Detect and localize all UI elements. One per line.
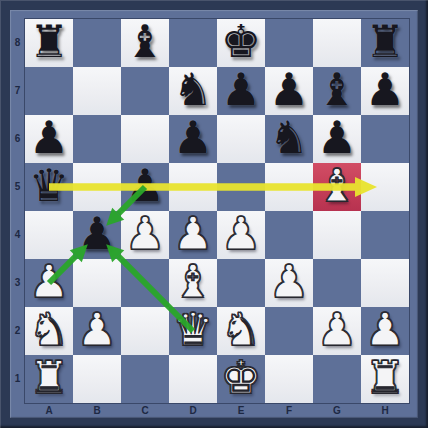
rank-label-5: 5 — [10, 163, 25, 211]
square-g5[interactable]: ♝ — [313, 163, 361, 211]
square-e2[interactable]: ♞ — [217, 307, 265, 355]
square-b2[interactable]: ♟ — [73, 307, 121, 355]
square-d4[interactable]: ♟ — [169, 211, 217, 259]
piece-black-king[interactable]: ♚ — [221, 18, 261, 66]
square-f4[interactable] — [265, 211, 313, 259]
square-a4[interactable] — [25, 211, 73, 259]
square-e3[interactable] — [217, 259, 265, 307]
square-b5[interactable] — [73, 163, 121, 211]
file-label-b: B — [73, 403, 121, 418]
square-a8[interactable]: ♜ — [25, 19, 73, 67]
piece-white-pawn[interactable]: ♟ — [269, 258, 309, 306]
file-label-a: A — [25, 403, 73, 418]
piece-black-bishop[interactable]: ♝ — [317, 66, 357, 114]
rank-label-2: 2 — [10, 307, 25, 355]
rank-label-4: 4 — [10, 211, 25, 259]
piece-white-pawn[interactable]: ♟ — [125, 210, 165, 258]
file-label-e: E — [217, 403, 265, 418]
piece-black-rook[interactable]: ♜ — [29, 18, 69, 66]
square-g2[interactable]: ♟ — [313, 307, 361, 355]
square-e5[interactable] — [217, 163, 265, 211]
square-f8[interactable] — [265, 19, 313, 67]
piece-white-pawn[interactable]: ♟ — [29, 258, 69, 306]
square-h2[interactable]: ♟ — [361, 307, 409, 355]
square-g6[interactable]: ♟ — [313, 115, 361, 163]
square-a1[interactable]: ♜ — [25, 355, 73, 403]
piece-black-bishop[interactable]: ♝ — [125, 18, 165, 66]
square-f5[interactable] — [265, 163, 313, 211]
square-h7[interactable]: ♟ — [361, 67, 409, 115]
rank-label-6: 6 — [10, 115, 25, 163]
square-e7[interactable]: ♟ — [217, 67, 265, 115]
piece-black-pawn[interactable]: ♟ — [173, 114, 213, 162]
square-b8[interactable] — [73, 19, 121, 67]
square-h6[interactable] — [361, 115, 409, 163]
square-f2[interactable] — [265, 307, 313, 355]
square-d7[interactable]: ♞ — [169, 67, 217, 115]
square-c3[interactable] — [121, 259, 169, 307]
square-f7[interactable]: ♟ — [265, 67, 313, 115]
square-f3[interactable]: ♟ — [265, 259, 313, 307]
square-c6[interactable] — [121, 115, 169, 163]
square-b7[interactable] — [73, 67, 121, 115]
square-e8[interactable]: ♚ — [217, 19, 265, 67]
piece-black-knight[interactable]: ♞ — [173, 66, 213, 114]
square-h4[interactable] — [361, 211, 409, 259]
square-b4[interactable]: ♟ — [73, 211, 121, 259]
square-a5[interactable]: ♛ — [25, 163, 73, 211]
square-d5[interactable] — [169, 163, 217, 211]
piece-white-bishop[interactable]: ♝ — [317, 162, 357, 210]
piece-black-knight[interactable]: ♞ — [269, 114, 309, 162]
square-b3[interactable] — [73, 259, 121, 307]
square-d3[interactable]: ♝ — [169, 259, 217, 307]
square-g3[interactable] — [313, 259, 361, 307]
square-b1[interactable] — [73, 355, 121, 403]
square-e6[interactable] — [217, 115, 265, 163]
piece-black-pawn[interactable]: ♟ — [365, 66, 405, 114]
piece-black-pawn[interactable]: ♟ — [29, 114, 69, 162]
square-a2[interactable]: ♞ — [25, 307, 73, 355]
piece-black-pawn[interactable]: ♟ — [125, 162, 165, 210]
file-label-f: F — [265, 403, 313, 418]
rank-label-3: 3 — [10, 259, 25, 307]
file-label-g: G — [313, 403, 361, 418]
square-e4[interactable]: ♟ — [217, 211, 265, 259]
square-c7[interactable] — [121, 67, 169, 115]
piece-black-pawn[interactable]: ♟ — [317, 114, 357, 162]
rank-label-7: 7 — [10, 67, 25, 115]
chess-board: ♜♝♚♜♞♟♟♝♟♟♟♞♟♛♟♝♟♟♟♟♟♝♟♞♟♛♞♟♟♜♚♜ — [25, 19, 409, 403]
square-g8[interactable] — [313, 19, 361, 67]
piece-black-rook[interactable]: ♜ — [365, 18, 405, 66]
piece-white-pawn[interactable]: ♟ — [173, 210, 213, 258]
piece-white-pawn[interactable]: ♟ — [317, 306, 357, 354]
piece-white-rook[interactable]: ♜ — [365, 354, 405, 402]
piece-white-bishop[interactable]: ♝ — [173, 258, 213, 306]
square-c2[interactable] — [121, 307, 169, 355]
square-e1[interactable]: ♚ — [217, 355, 265, 403]
square-f1[interactable] — [265, 355, 313, 403]
piece-white-queen[interactable]: ♛ — [173, 306, 213, 354]
square-g1[interactable] — [313, 355, 361, 403]
square-h3[interactable] — [361, 259, 409, 307]
piece-white-rook[interactable]: ♜ — [29, 354, 69, 402]
piece-black-pawn[interactable]: ♟ — [77, 210, 117, 258]
file-label-h: H — [361, 403, 409, 418]
piece-black-pawn[interactable]: ♟ — [221, 66, 261, 114]
square-b6[interactable] — [73, 115, 121, 163]
square-d8[interactable] — [169, 19, 217, 67]
square-g4[interactable] — [313, 211, 361, 259]
square-c4[interactable]: ♟ — [121, 211, 169, 259]
square-a3[interactable]: ♟ — [25, 259, 73, 307]
piece-black-queen[interactable]: ♛ — [29, 162, 69, 210]
square-d1[interactable] — [169, 355, 217, 403]
rank-label-1: 1 — [10, 355, 25, 403]
square-h1[interactable]: ♜ — [361, 355, 409, 403]
piece-white-knight[interactable]: ♞ — [29, 306, 69, 354]
square-h5[interactable] — [361, 163, 409, 211]
piece-white-king[interactable]: ♚ — [221, 354, 261, 402]
square-c8[interactable]: ♝ — [121, 19, 169, 67]
square-d6[interactable]: ♟ — [169, 115, 217, 163]
square-h8[interactable]: ♜ — [361, 19, 409, 67]
square-c5[interactable]: ♟ — [121, 163, 169, 211]
piece-white-pawn[interactable]: ♟ — [365, 306, 405, 354]
file-label-c: C — [121, 403, 169, 418]
file-label-d: D — [169, 403, 217, 418]
piece-white-knight[interactable]: ♞ — [221, 306, 261, 354]
rank-label-8: 8 — [10, 19, 25, 67]
square-d2[interactable]: ♛ — [169, 307, 217, 355]
piece-black-pawn[interactable]: ♟ — [269, 66, 309, 114]
piece-white-pawn[interactable]: ♟ — [77, 306, 117, 354]
square-g7[interactable]: ♝ — [313, 67, 361, 115]
board-frame: 87654321ABCDEFGH ♜♝♚♜♞♟♟♝♟♟♟♞♟♛♟♝♟♟♟♟♟♝♟… — [0, 0, 428, 428]
piece-white-pawn[interactable]: ♟ — [221, 210, 261, 258]
square-a7[interactable] — [25, 67, 73, 115]
square-c1[interactable] — [121, 355, 169, 403]
square-f6[interactable]: ♞ — [265, 115, 313, 163]
square-a6[interactable]: ♟ — [25, 115, 73, 163]
